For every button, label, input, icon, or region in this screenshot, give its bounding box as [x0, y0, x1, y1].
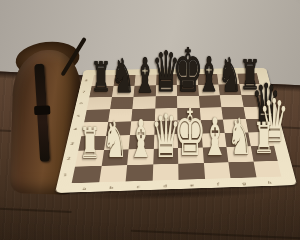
- file-label-f: f: [217, 182, 219, 186]
- rank-label-4: 4: [73, 128, 77, 131]
- table-plank-seam: [0, 207, 72, 213]
- rank-label-2: 2: [67, 157, 72, 161]
- photo-chess-scene: abcdefgh12345678 ♜♞♝♛♚♝♞♜♜♞♝♛♚♝♞♜♛♛: [0, 0, 300, 240]
- rank-label-6: 6: [79, 102, 83, 105]
- file-label-c: c: [137, 185, 141, 189]
- file-label-g: g: [242, 182, 246, 186]
- piece-white-rook-a2[interactable]: ♜: [79, 122, 101, 165]
- table-plank-seam: [0, 129, 11, 132]
- rank-label-1: 1: [63, 173, 68, 177]
- file-label-h: h: [268, 181, 272, 185]
- file-label-a: a: [82, 187, 87, 191]
- piece-black-bishop-f7[interactable]: ♝: [197, 50, 221, 98]
- piece-white-bishop-c2[interactable]: ♝: [127, 113, 153, 165]
- piece-white-rook-h2[interactable]: ♜: [253, 117, 275, 160]
- file-label-b: b: [109, 186, 113, 190]
- piece-black-rook-a7[interactable]: ♜: [91, 57, 112, 98]
- piece-black-knight-g7[interactable]: ♞: [218, 50, 242, 97]
- rank-label-3: 3: [70, 142, 74, 145]
- piece-black-knight-b7[interactable]: ♞: [111, 52, 135, 99]
- square-a1[interactable]: [72, 166, 102, 184]
- file-label-d: d: [163, 184, 167, 188]
- piece-white-knight-b2[interactable]: ♞: [103, 115, 128, 165]
- piece-white-bishop-f2[interactable]: ♝: [202, 111, 228, 163]
- file-label-e: e: [190, 183, 194, 187]
- bag-buckle: [34, 106, 50, 116]
- rank-label-8: 8: [84, 79, 88, 81]
- piece-white-knight-g2[interactable]: ♞: [227, 112, 252, 162]
- rank-label-7: 7: [82, 90, 86, 93]
- table-plank-seam: [131, 230, 300, 240]
